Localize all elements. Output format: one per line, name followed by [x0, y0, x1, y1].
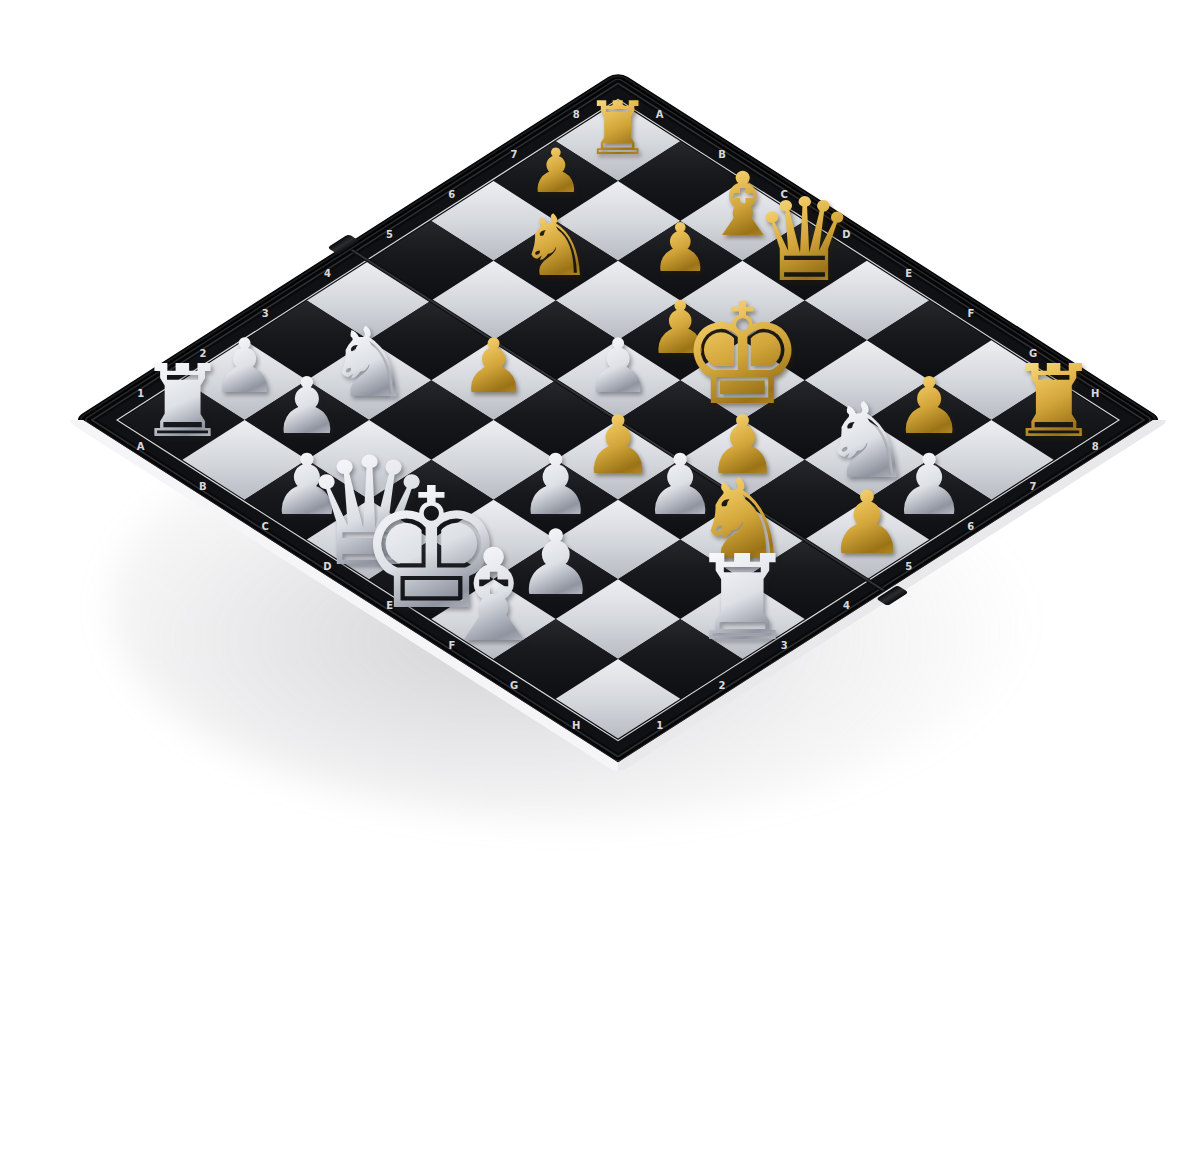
file-label-f-far: F	[967, 308, 974, 319]
rank-label-3-left: 3	[262, 308, 269, 319]
file-label-h-near: H	[572, 720, 580, 731]
rank-label-6-right: 6	[967, 521, 974, 532]
rank-label-7-left: 7	[511, 149, 518, 160]
rank-label-4-right: 4	[843, 600, 850, 611]
square-a1[interactable]: ♜	[120, 380, 244, 460]
file-label-c-near: C	[261, 521, 268, 532]
rank-label-5-right: 5	[905, 561, 912, 572]
gold-rook[interactable]: ♜	[585, 91, 651, 165]
square-h3[interactable]: ♜	[680, 579, 804, 659]
file-label-b-near: B	[199, 481, 207, 492]
rank-label-1-right: 1	[656, 720, 663, 731]
square-h8[interactable]: ♜	[991, 380, 1115, 460]
rank-label-2-right: 2	[718, 680, 725, 691]
square-f1[interactable]: ♝	[431, 579, 555, 659]
file-label-a-far: A	[656, 109, 664, 120]
rank-label-5-left: 5	[386, 229, 393, 240]
file-label-e-far: E	[905, 268, 912, 279]
rank-label-4-left: 4	[324, 268, 331, 279]
silver-pawn[interactable]: ♟	[584, 329, 651, 404]
file-label-g-near: G	[510, 680, 518, 691]
rank-label-8-left: 8	[573, 109, 580, 120]
gold-pawn[interactable]: ♟	[528, 140, 583, 201]
product-photo-scene: ♜♝♛♜♟♟♟♞♟♚♞♟♟♟♟♟♟♟♞♞♟♜♟♟♟♜♟♛♚♝ AABBCCDDE…	[0, 0, 1200, 1152]
silver-rook[interactable]: ♜	[690, 539, 796, 657]
gold-knight[interactable]: ♞	[518, 203, 594, 288]
silver-bishop[interactable]: ♝	[436, 532, 551, 660]
gold-pawn[interactable]: ♟	[828, 480, 906, 567]
silver-rook[interactable]: ♜	[138, 352, 228, 452]
rank-label-6-left: 6	[448, 189, 455, 200]
gold-pawn[interactable]: ♟	[460, 329, 527, 404]
gold-rook[interactable]: ♜	[1009, 352, 1099, 452]
rank-label-7-right: 7	[1030, 481, 1037, 492]
